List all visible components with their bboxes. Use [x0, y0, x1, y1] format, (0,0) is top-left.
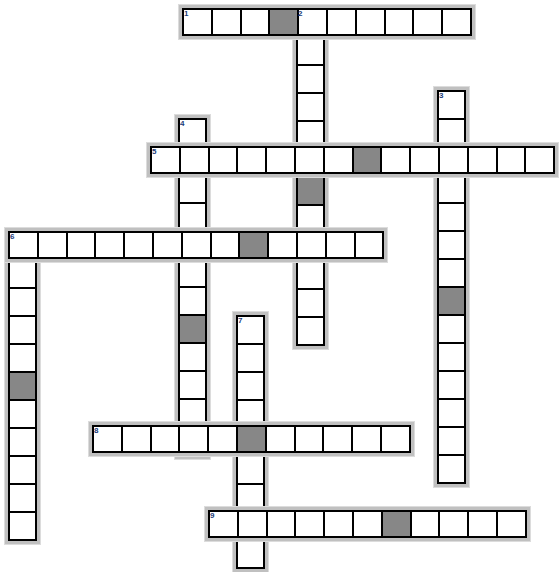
- cell-r11-c10[interactable]: [298, 318, 323, 344]
- cell-r15-c4[interactable]: [123, 427, 150, 451]
- cell-r7-c15[interactable]: [439, 204, 464, 230]
- cell-r5-c10[interactable]: [296, 148, 323, 172]
- cell-r8-c12[interactable]: [356, 233, 383, 257]
- cell-r3-c15[interactable]: [439, 92, 464, 118]
- cell-r17-c0[interactable]: [10, 485, 35, 511]
- cell-r15-c10[interactable]: [296, 427, 323, 451]
- cell-r5-c17[interactable]: [498, 148, 525, 172]
- cell-r0-c12[interactable]: [357, 10, 384, 34]
- cell-r18-c12[interactable]: [354, 512, 381, 536]
- cell-r5-c7[interactable]: [210, 148, 237, 172]
- cell-r8-c11[interactable]: [327, 233, 354, 257]
- cell-r12-c8[interactable]: [238, 345, 263, 371]
- cell-r15-c3[interactable]: [94, 427, 121, 451]
- cell-r6-c15[interactable]: [439, 176, 464, 202]
- shaded-cell-r13-c0: [10, 373, 35, 399]
- cell-r11-c0[interactable]: [10, 317, 35, 343]
- cell-r15-c6[interactable]: [180, 427, 207, 451]
- shaded-cell-r6-c10: [298, 178, 323, 204]
- cell-r12-c0[interactable]: [10, 345, 35, 371]
- cell-r8-c1[interactable]: [39, 233, 66, 257]
- crossword-board: 123456789: [0, 0, 560, 572]
- cell-r1-c10[interactable]: [298, 38, 323, 64]
- cell-r5-c11[interactable]: [325, 148, 352, 172]
- cell-r18-c16[interactable]: [469, 512, 496, 536]
- cell-r15-c7[interactable]: [209, 427, 236, 451]
- cell-r19-c8[interactable]: [238, 541, 263, 567]
- cell-r8-c4[interactable]: [125, 233, 152, 257]
- shaded-cell-r18-c13: [383, 512, 410, 536]
- cell-r0-c14[interactable]: [414, 10, 441, 34]
- cell-r5-c13[interactable]: [382, 148, 409, 172]
- entry-8-across: [89, 422, 414, 456]
- cell-r13-c15[interactable]: [439, 372, 464, 398]
- entry-1-across: [179, 5, 475, 39]
- cell-r5-c15[interactable]: [440, 148, 467, 172]
- cell-r5-c18[interactable]: [526, 148, 553, 172]
- cell-r0-c11[interactable]: [328, 10, 355, 34]
- shaded-cell-r11-c6: [180, 316, 205, 342]
- cell-r18-c9[interactable]: [268, 512, 295, 536]
- cell-r15-c13[interactable]: [382, 427, 409, 451]
- cell-r11-c15[interactable]: [439, 316, 464, 342]
- cell-r15-c12[interactable]: [353, 427, 380, 451]
- cell-r5-c14[interactable]: [411, 148, 438, 172]
- cell-r5-c5[interactable]: [152, 148, 179, 172]
- cell-r9-c0[interactable]: [10, 261, 35, 287]
- cell-r10-c10[interactable]: [298, 290, 323, 316]
- cell-r0-c13[interactable]: [386, 10, 413, 34]
- cell-r15-c5[interactable]: [152, 427, 179, 451]
- cell-r13-c8[interactable]: [238, 373, 263, 399]
- cell-r8-c7[interactable]: [212, 233, 239, 257]
- cell-r8-c5[interactable]: [154, 233, 181, 257]
- cell-r12-c6[interactable]: [180, 344, 205, 370]
- shaded-cell-r10-c15: [439, 288, 464, 314]
- cell-r5-c16[interactable]: [469, 148, 496, 172]
- cell-r16-c8[interactable]: [238, 457, 263, 483]
- entry-5-across: [147, 143, 558, 177]
- cell-r15-c11[interactable]: [324, 427, 351, 451]
- cell-r0-c6[interactable]: [184, 10, 211, 34]
- cell-r8-c6[interactable]: [183, 233, 210, 257]
- cell-r16-c15[interactable]: [439, 456, 464, 482]
- cell-r9-c6[interactable]: [180, 260, 205, 286]
- cell-r5-c6[interactable]: [181, 148, 208, 172]
- cell-r14-c0[interactable]: [10, 401, 35, 427]
- cell-r7-c6[interactable]: [180, 204, 205, 230]
- entry-6-across: [5, 228, 387, 262]
- cell-r15-c15[interactable]: [439, 428, 464, 454]
- cell-r18-c14[interactable]: [412, 512, 439, 536]
- cell-r3-c10[interactable]: [298, 94, 323, 120]
- cell-r15-c0[interactable]: [10, 429, 35, 455]
- cell-r8-c3[interactable]: [96, 233, 123, 257]
- entry-6-down: [5, 228, 40, 544]
- shaded-cell-r8-c8: [240, 233, 267, 257]
- cell-r15-c9[interactable]: [267, 427, 294, 451]
- cell-r18-c10[interactable]: [296, 512, 323, 536]
- cell-r8-c0[interactable]: [10, 233, 37, 257]
- cell-r18-c17[interactable]: [498, 512, 525, 536]
- cell-r12-c15[interactable]: [439, 344, 464, 370]
- shaded-cell-r15-c8: [238, 427, 265, 451]
- cell-r16-c0[interactable]: [10, 457, 35, 483]
- cell-r6-c6[interactable]: [180, 176, 205, 202]
- cell-r0-c8[interactable]: [242, 10, 269, 34]
- shaded-cell-r0-c9: [270, 10, 297, 34]
- cell-r18-c0[interactable]: [10, 513, 35, 539]
- cell-r0-c15[interactable]: [443, 10, 470, 34]
- cell-r0-c10[interactable]: [299, 10, 326, 34]
- cell-r2-c10[interactable]: [298, 66, 323, 92]
- cell-r9-c15[interactable]: [439, 260, 464, 286]
- cell-r10-c6[interactable]: [180, 288, 205, 314]
- cell-r11-c8[interactable]: [238, 317, 263, 343]
- cell-r10-c0[interactable]: [10, 289, 35, 315]
- cell-r18-c8[interactable]: [239, 512, 266, 536]
- cell-r18-c11[interactable]: [325, 512, 352, 536]
- cell-r5-c9[interactable]: [267, 148, 294, 172]
- cell-r18-c15[interactable]: [440, 512, 467, 536]
- cell-r5-c8[interactable]: [238, 148, 265, 172]
- cell-r8-c15[interactable]: [439, 232, 464, 258]
- entry-2-down: [293, 5, 328, 349]
- cell-r18-c7[interactable]: [210, 512, 237, 536]
- cell-r8-c10[interactable]: [298, 233, 325, 257]
- cell-r9-c10[interactable]: [298, 262, 323, 288]
- cell-r8-c9[interactable]: [269, 233, 296, 257]
- shaded-cell-r5-c12: [354, 148, 381, 172]
- cell-r8-c2[interactable]: [68, 233, 95, 257]
- entry-9-across: [205, 507, 530, 541]
- cell-r0-c7[interactable]: [213, 10, 240, 34]
- cell-r13-c6[interactable]: [180, 372, 205, 398]
- cell-r14-c15[interactable]: [439, 400, 464, 426]
